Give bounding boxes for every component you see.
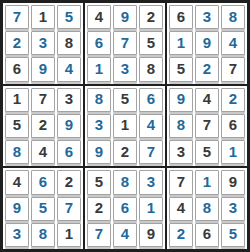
- cell-value: 3: [65, 91, 73, 106]
- cell-value: 1: [65, 226, 73, 241]
- cell-r5c1[interactable]: 5: [5, 114, 29, 138]
- cell-r6c4[interactable]: 9: [87, 140, 111, 164]
- cell-value: 2: [177, 226, 185, 241]
- cell-r8c4[interactable]: 2: [87, 197, 111, 221]
- cell-r4c6[interactable]: 6: [139, 88, 163, 112]
- cell-value: 4: [177, 200, 185, 215]
- cell-r2c1[interactable]: 2: [5, 31, 29, 55]
- cell-value: 3: [95, 117, 103, 132]
- cell-value: 9: [121, 9, 129, 24]
- cell-r6c5[interactable]: 2: [113, 140, 137, 164]
- cell-r2c2[interactable]: 3: [31, 31, 55, 55]
- cell-value: 5: [65, 9, 73, 24]
- cell-value: 4: [121, 226, 129, 241]
- cell-value: 9: [65, 117, 73, 132]
- cell-r7c1[interactable]: 4: [5, 170, 29, 194]
- cell-r5c8[interactable]: 7: [195, 114, 219, 138]
- sudoku-box-r1c2: 492675138: [84, 2, 166, 85]
- cell-value: 1: [229, 144, 237, 159]
- cell-value: 3: [229, 200, 237, 215]
- cell-value: 3: [13, 226, 21, 241]
- cell-r7c4[interactable]: 5: [87, 170, 111, 194]
- cell-value: 5: [95, 174, 103, 189]
- cell-value: 5: [13, 117, 21, 132]
- sudoku-box-r3c1: 462957381: [2, 167, 84, 250]
- cell-value: 6: [95, 35, 103, 50]
- cell-value: 6: [39, 174, 47, 189]
- cell-r2c4[interactable]: 6: [87, 31, 111, 55]
- cell-value: 6: [229, 117, 237, 132]
- cell-value: 8: [65, 35, 73, 50]
- cell-value: 6: [177, 9, 185, 24]
- cell-value: 4: [65, 61, 73, 76]
- cell-r5c4[interactable]: 3: [87, 114, 111, 138]
- cell-r8c9[interactable]: 3: [221, 197, 245, 221]
- cell-value: 2: [13, 35, 21, 50]
- sudoku-box-r3c2: 583261749: [84, 167, 166, 250]
- cell-value: 2: [39, 117, 47, 132]
- cell-value: 8: [229, 9, 237, 24]
- cell-r8c2[interactable]: 5: [31, 197, 55, 221]
- cell-value: 5: [177, 61, 185, 76]
- sudoku-box-r3c3: 719483265: [166, 167, 248, 250]
- cell-r9c1[interactable]: 3: [5, 223, 29, 247]
- cell-value: 9: [177, 91, 185, 106]
- cell-r6c1[interactable]: 8: [5, 140, 29, 164]
- cell-value: 1: [13, 91, 21, 106]
- cell-r3c3[interactable]: 4: [57, 57, 81, 81]
- sudoku-board: 7152386944926751386381945271735298468563…: [0, 0, 250, 252]
- cell-value: 1: [177, 35, 185, 50]
- cell-r7c9[interactable]: 9: [221, 170, 245, 194]
- cell-r9c2[interactable]: 8: [31, 223, 55, 247]
- cell-r1c8[interactable]: 3: [195, 5, 219, 29]
- cell-value: 8: [177, 117, 185, 132]
- cell-r7c3[interactable]: 2: [57, 170, 81, 194]
- cell-value: 6: [121, 200, 129, 215]
- cell-value: 1: [39, 9, 47, 24]
- cell-value: 9: [203, 35, 211, 50]
- cell-r3c8[interactable]: 2: [195, 57, 219, 81]
- cell-value: 4: [39, 144, 47, 159]
- cell-r3c1[interactable]: 6: [5, 57, 29, 81]
- cell-r5c2[interactable]: 2: [31, 114, 55, 138]
- cell-r9c6[interactable]: 9: [139, 223, 163, 247]
- cell-r4c5[interactable]: 5: [113, 88, 137, 112]
- cell-r8c1[interactable]: 9: [5, 197, 29, 221]
- cell-r1c6[interactable]: 2: [139, 5, 163, 29]
- cell-r8c8[interactable]: 8: [195, 197, 219, 221]
- cell-r3c7[interactable]: 5: [169, 57, 193, 81]
- cell-value: 4: [13, 174, 21, 189]
- cell-value: 9: [95, 144, 103, 159]
- cell-value: 1: [121, 117, 129, 132]
- cell-r9c9[interactable]: 5: [221, 223, 245, 247]
- cell-r5c9[interactable]: 6: [221, 114, 245, 138]
- cell-r5c5[interactable]: 1: [113, 114, 137, 138]
- cell-r7c5[interactable]: 8: [113, 170, 137, 194]
- cell-r6c8[interactable]: 5: [195, 140, 219, 164]
- sudoku-box-r2c2: 856314927: [84, 85, 166, 168]
- cell-value: 5: [39, 200, 47, 215]
- cell-value: 2: [229, 91, 237, 106]
- cell-value: 2: [65, 174, 73, 189]
- cell-r4c3[interactable]: 3: [57, 88, 81, 112]
- cell-r1c2[interactable]: 1: [31, 5, 55, 29]
- cell-r4c4[interactable]: 8: [87, 88, 111, 112]
- cell-value: 7: [121, 35, 129, 50]
- cell-value: 7: [147, 144, 155, 159]
- cell-r1c7[interactable]: 6: [169, 5, 193, 29]
- cell-value: 4: [95, 9, 103, 24]
- sudoku-box-r2c1: 173529846: [2, 85, 84, 168]
- cell-r4c8[interactable]: 4: [195, 88, 219, 112]
- cell-r4c2[interactable]: 7: [31, 88, 55, 112]
- cell-value: 2: [203, 61, 211, 76]
- cell-r2c9[interactable]: 4: [221, 31, 245, 55]
- cell-value: 2: [95, 200, 103, 215]
- cell-value: 4: [203, 91, 211, 106]
- cell-value: 8: [121, 174, 129, 189]
- cell-r2c3[interactable]: 8: [57, 31, 81, 55]
- cell-r7c2[interactable]: 6: [31, 170, 55, 194]
- cell-r4c7[interactable]: 9: [169, 88, 193, 112]
- cell-r9c8[interactable]: 6: [195, 223, 219, 247]
- cell-value: 5: [121, 91, 129, 106]
- cell-r5c3[interactable]: 9: [57, 114, 81, 138]
- cell-r3c4[interactable]: 1: [87, 57, 111, 81]
- cell-value: 8: [147, 61, 155, 76]
- cell-value: 8: [203, 200, 211, 215]
- cell-r4c1[interactable]: 1: [5, 88, 29, 112]
- cell-value: 6: [203, 226, 211, 241]
- cell-value: 8: [95, 91, 103, 106]
- cell-r6c9[interactable]: 1: [221, 140, 245, 164]
- cell-value: 8: [39, 226, 47, 241]
- cell-value: 6: [147, 91, 155, 106]
- cell-value: 3: [147, 174, 155, 189]
- cell-r2c5[interactable]: 7: [113, 31, 137, 55]
- cell-value: 1: [147, 200, 155, 215]
- cell-r9c3[interactable]: 1: [57, 223, 81, 247]
- cell-value: 7: [13, 9, 21, 24]
- cell-r9c4[interactable]: 7: [87, 223, 111, 247]
- sudoku-box-r1c3: 638194527: [166, 2, 248, 85]
- cell-r6c6[interactable]: 7: [139, 140, 163, 164]
- cell-value: 6: [13, 61, 21, 76]
- cell-r5c7[interactable]: 8: [169, 114, 193, 138]
- cell-r6c3[interactable]: 6: [57, 140, 81, 164]
- cell-r1c5[interactable]: 9: [113, 5, 137, 29]
- cell-value: 7: [203, 117, 211, 132]
- cell-r1c9[interactable]: 8: [221, 5, 245, 29]
- cell-value: 6: [65, 144, 73, 159]
- cell-value: 2: [121, 144, 129, 159]
- cell-r7c7[interactable]: 7: [169, 170, 193, 194]
- cell-r2c6[interactable]: 5: [139, 31, 163, 55]
- cell-r8c7[interactable]: 4: [169, 197, 193, 221]
- cell-value: 5: [203, 144, 211, 159]
- cell-value: 3: [39, 35, 47, 50]
- cell-value: 2: [147, 9, 155, 24]
- cell-r1c3[interactable]: 5: [57, 5, 81, 29]
- cell-value: 9: [13, 200, 21, 215]
- cell-value: 9: [229, 174, 237, 189]
- cell-r3c6[interactable]: 8: [139, 57, 163, 81]
- cell-r7c6[interactable]: 3: [139, 170, 163, 194]
- cell-r8c3[interactable]: 7: [57, 197, 81, 221]
- cell-value: 7: [95, 226, 103, 241]
- cell-r6c2[interactable]: 4: [31, 140, 55, 164]
- cell-r2c8[interactable]: 9: [195, 31, 219, 55]
- cell-value: 5: [147, 35, 155, 50]
- cell-value: 9: [39, 61, 47, 76]
- cell-value: 4: [147, 117, 155, 132]
- cell-r3c9[interactable]: 7: [221, 57, 245, 81]
- cell-value: 8: [13, 144, 21, 159]
- cell-r9c5[interactable]: 4: [113, 223, 137, 247]
- cell-value: 7: [177, 174, 185, 189]
- cell-r8c6[interactable]: 1: [139, 197, 163, 221]
- cell-r8c5[interactable]: 6: [113, 197, 137, 221]
- cell-r6c7[interactable]: 3: [169, 140, 193, 164]
- cell-r1c4[interactable]: 4: [87, 5, 111, 29]
- cell-r1c1[interactable]: 7: [5, 5, 29, 29]
- cell-r5c6[interactable]: 4: [139, 114, 163, 138]
- sudoku-box-r2c3: 942876351: [166, 85, 248, 168]
- sudoku-box-r1c1: 715238694: [2, 2, 84, 85]
- cell-value: 3: [177, 144, 185, 159]
- cell-value: 5: [229, 226, 237, 241]
- cell-value: 4: [229, 35, 237, 50]
- cell-r3c2[interactable]: 9: [31, 57, 55, 81]
- cell-r2c7[interactable]: 1: [169, 31, 193, 55]
- cell-r3c5[interactable]: 3: [113, 57, 137, 81]
- cell-r4c9[interactable]: 2: [221, 88, 245, 112]
- cell-value: 7: [65, 200, 73, 215]
- cell-r9c7[interactable]: 2: [169, 223, 193, 247]
- cell-value: 3: [203, 9, 211, 24]
- cell-value: 7: [229, 61, 237, 76]
- cell-r7c8[interactable]: 1: [195, 170, 219, 194]
- cell-value: 7: [39, 91, 47, 106]
- cell-value: 1: [95, 61, 103, 76]
- cell-value: 3: [121, 61, 129, 76]
- cell-value: 9: [147, 226, 155, 241]
- cell-value: 1: [203, 174, 211, 189]
